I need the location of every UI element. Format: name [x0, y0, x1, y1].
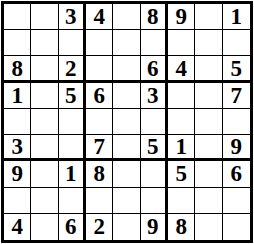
cell-r3c2[interactable]: [31, 56, 58, 82]
cell-r3c7[interactable]: 4: [168, 56, 195, 82]
cell-r6c2[interactable]: [31, 135, 58, 161]
cell-r4c3[interactable]: 5: [59, 83, 86, 109]
cell-r8c3[interactable]: [59, 188, 86, 214]
cell-r1c6[interactable]: 8: [141, 4, 168, 30]
cell-r6c1[interactable]: 3: [4, 135, 31, 161]
cell-r9c9[interactable]: [223, 214, 250, 240]
cell-r2c7[interactable]: [168, 30, 195, 56]
cell-r3c6[interactable]: 6: [141, 56, 168, 82]
cell-r5c5[interactable]: [113, 109, 140, 135]
cell-r7c7[interactable]: 5: [168, 161, 195, 187]
cell-r9c4[interactable]: 2: [86, 214, 113, 240]
cell-r8c6[interactable]: [141, 188, 168, 214]
cell-r1c5[interactable]: [113, 4, 140, 30]
cell-r8c1[interactable]: [4, 188, 31, 214]
cell-r6c4[interactable]: 7: [86, 135, 113, 161]
cell-r7c5[interactable]: [113, 161, 140, 187]
cell-r5c9[interactable]: [223, 109, 250, 135]
cell-r7c8[interactable]: [195, 161, 222, 187]
cell-r8c2[interactable]: [31, 188, 58, 214]
cell-r1c3[interactable]: 3: [59, 4, 86, 30]
sudoku-board: 348918264515637375199185646298: [1, 1, 253, 243]
cell-r5c6[interactable]: [141, 109, 168, 135]
cell-r2c2[interactable]: [31, 30, 58, 56]
cell-r6c5[interactable]: [113, 135, 140, 161]
cell-r3c9[interactable]: 5: [223, 56, 250, 82]
cell-r3c3[interactable]: 2: [59, 56, 86, 82]
cell-r4c1[interactable]: 1: [4, 83, 31, 109]
cell-r3c1[interactable]: 8: [4, 56, 31, 82]
cell-r9c3[interactable]: 6: [59, 214, 86, 240]
cell-r2c4[interactable]: [86, 30, 113, 56]
sudoku-page: 348918264515637375199185646298: [0, 0, 254, 244]
cell-r3c4[interactable]: [86, 56, 113, 82]
cell-r7c2[interactable]: [31, 161, 58, 187]
cell-r7c4[interactable]: 8: [86, 161, 113, 187]
cell-r7c6[interactable]: [141, 161, 168, 187]
cell-r6c6[interactable]: 5: [141, 135, 168, 161]
cell-r4c6[interactable]: 3: [141, 83, 168, 109]
cell-r8c7[interactable]: [168, 188, 195, 214]
cell-r4c7[interactable]: [168, 83, 195, 109]
cell-r1c2[interactable]: [31, 4, 58, 30]
cell-r9c6[interactable]: 9: [141, 214, 168, 240]
cell-r3c8[interactable]: [195, 56, 222, 82]
cell-r2c1[interactable]: [4, 30, 31, 56]
cell-r2c3[interactable]: [59, 30, 86, 56]
cell-r2c9[interactable]: [223, 30, 250, 56]
cell-r6c8[interactable]: [195, 135, 222, 161]
cell-r5c4[interactable]: [86, 109, 113, 135]
cell-r5c1[interactable]: [4, 109, 31, 135]
cell-r2c6[interactable]: [141, 30, 168, 56]
cell-r4c5[interactable]: [113, 83, 140, 109]
cell-r8c9[interactable]: [223, 188, 250, 214]
cell-r8c5[interactable]: [113, 188, 140, 214]
cell-r3c5[interactable]: [113, 56, 140, 82]
cell-r4c4[interactable]: 6: [86, 83, 113, 109]
cell-r5c8[interactable]: [195, 109, 222, 135]
cell-r7c9[interactable]: 6: [223, 161, 250, 187]
cell-r5c7[interactable]: [168, 109, 195, 135]
cell-r6c9[interactable]: 9: [223, 135, 250, 161]
cell-r5c3[interactable]: [59, 109, 86, 135]
cell-r1c9[interactable]: 1: [223, 4, 250, 30]
cell-r5c2[interactable]: [31, 109, 58, 135]
cell-r8c8[interactable]: [195, 188, 222, 214]
cell-r7c1[interactable]: 9: [4, 161, 31, 187]
cell-r1c4[interactable]: 4: [86, 4, 113, 30]
cell-r4c2[interactable]: [31, 83, 58, 109]
cell-r9c5[interactable]: [113, 214, 140, 240]
cell-r2c5[interactable]: [113, 30, 140, 56]
cell-r8c4[interactable]: [86, 188, 113, 214]
cell-r4c8[interactable]: [195, 83, 222, 109]
cell-r6c3[interactable]: [59, 135, 86, 161]
cell-r2c8[interactable]: [195, 30, 222, 56]
cell-r9c1[interactable]: 4: [4, 214, 31, 240]
cell-r1c7[interactable]: 9: [168, 4, 195, 30]
cell-r9c8[interactable]: [195, 214, 222, 240]
cell-r9c2[interactable]: [31, 214, 58, 240]
cell-r9c7[interactable]: 8: [168, 214, 195, 240]
cell-r4c9[interactable]: 7: [223, 83, 250, 109]
cell-r7c3[interactable]: 1: [59, 161, 86, 187]
cell-r6c7[interactable]: 1: [168, 135, 195, 161]
cell-r1c8[interactable]: [195, 4, 222, 30]
cell-r1c1[interactable]: [4, 4, 31, 30]
